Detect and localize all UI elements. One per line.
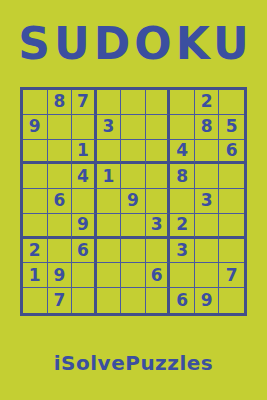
sudoku-cell-r2c2 bbox=[48, 115, 73, 140]
sudoku-cell-r5c5: 9 bbox=[121, 189, 146, 214]
sudoku-cell-r7c4 bbox=[97, 239, 122, 264]
sudoku-cell-r6c9 bbox=[219, 214, 244, 239]
sudoku-cell-r4c5 bbox=[121, 164, 146, 189]
sudoku-cell-r8c6: 6 bbox=[146, 263, 171, 288]
sudoku-cell-r9c6 bbox=[146, 288, 171, 313]
sudoku-cell-r5c9 bbox=[219, 189, 244, 214]
sudoku-cell-r3c9: 6 bbox=[219, 140, 244, 165]
sudoku-cell-r8c5 bbox=[121, 263, 146, 288]
sudoku-cell-r3c1 bbox=[23, 140, 48, 165]
sudoku-cell-r1c2: 8 bbox=[48, 90, 73, 115]
sudoku-cell-r4c6 bbox=[146, 164, 171, 189]
sudoku-cell-r8c9: 7 bbox=[219, 263, 244, 288]
sudoku-cell-r3c6 bbox=[146, 140, 171, 165]
sudoku-cell-r1c1 bbox=[23, 90, 48, 115]
sudoku-cell-r7c9 bbox=[219, 239, 244, 264]
sudoku-cell-r1c4 bbox=[97, 90, 122, 115]
sudoku-cell-r8c4 bbox=[97, 263, 122, 288]
sudoku-cell-r9c4 bbox=[97, 288, 122, 313]
sudoku-cell-r7c2 bbox=[48, 239, 73, 264]
sudoku-cell-r7c1: 2 bbox=[23, 239, 48, 264]
sudoku-cell-r1c8: 2 bbox=[195, 90, 220, 115]
sudoku-cell-r3c5 bbox=[121, 140, 146, 165]
sudoku-cell-r7c8 bbox=[195, 239, 220, 264]
sudoku-cell-r2c1: 9 bbox=[23, 115, 48, 140]
sudoku-cell-r4c8 bbox=[195, 164, 220, 189]
sudoku-cell-r9c9 bbox=[219, 288, 244, 313]
sudoku-cell-r9c1 bbox=[23, 288, 48, 313]
sudoku-cell-r3c3: 1 bbox=[72, 140, 97, 165]
sudoku-cell-r4c4: 1 bbox=[97, 164, 122, 189]
sudoku-cell-r3c8 bbox=[195, 140, 220, 165]
sudoku-cell-r4c9 bbox=[219, 164, 244, 189]
sudoku-cell-r1c9 bbox=[219, 90, 244, 115]
sudoku-cell-r5c6 bbox=[146, 189, 171, 214]
sudoku-cell-r5c2: 6 bbox=[48, 189, 73, 214]
sudoku-cell-r9c5 bbox=[121, 288, 146, 313]
sudoku-cell-r8c3 bbox=[72, 263, 97, 288]
sudoku-cell-r4c3: 4 bbox=[72, 164, 97, 189]
sudoku-cell-r2c6 bbox=[146, 115, 171, 140]
sudoku-cell-r2c4: 3 bbox=[97, 115, 122, 140]
sudoku-cell-r9c7: 6 bbox=[170, 288, 195, 313]
sudoku-cell-r2c8: 8 bbox=[195, 115, 220, 140]
sudoku-cell-r2c5 bbox=[121, 115, 146, 140]
sudoku-cell-r6c4 bbox=[97, 214, 122, 239]
sudoku-cell-r8c8 bbox=[195, 263, 220, 288]
sudoku-cell-r1c5 bbox=[121, 90, 146, 115]
book-cover: SUDOKU 87293851464186939322631967769 iSo… bbox=[0, 0, 267, 400]
sudoku-cell-r6c5 bbox=[121, 214, 146, 239]
sudoku-cell-r5c7 bbox=[170, 189, 195, 214]
sudoku-cell-r6c8 bbox=[195, 214, 220, 239]
sudoku-cell-r6c6: 3 bbox=[146, 214, 171, 239]
sudoku-cell-r2c9: 5 bbox=[219, 115, 244, 140]
page-title: SUDOKU bbox=[0, 22, 267, 66]
sudoku-cell-r5c8: 3 bbox=[195, 189, 220, 214]
sudoku-cell-r6c3: 9 bbox=[72, 214, 97, 239]
sudoku-cell-r4c2 bbox=[48, 164, 73, 189]
sudoku-cell-r9c8: 9 bbox=[195, 288, 220, 313]
sudoku-cell-r5c3 bbox=[72, 189, 97, 214]
sudoku-cell-r1c7 bbox=[170, 90, 195, 115]
sudoku-cell-r7c7: 3 bbox=[170, 239, 195, 264]
sudoku-cell-r2c7 bbox=[170, 115, 195, 140]
sudoku-cell-r7c3: 6 bbox=[72, 239, 97, 264]
sudoku-cell-r4c7: 8 bbox=[170, 164, 195, 189]
sudoku-cell-r3c7: 4 bbox=[170, 140, 195, 165]
sudoku-cell-r1c6 bbox=[146, 90, 171, 115]
sudoku-cell-r9c2: 7 bbox=[48, 288, 73, 313]
sudoku-cell-r6c7: 2 bbox=[170, 214, 195, 239]
sudoku-cell-r8c1: 1 bbox=[23, 263, 48, 288]
sudoku-cell-r3c4 bbox=[97, 140, 122, 165]
sudoku-cell-r3c2 bbox=[48, 140, 73, 165]
sudoku-cell-r7c5 bbox=[121, 239, 146, 264]
sudoku-cell-r5c1 bbox=[23, 189, 48, 214]
sudoku-cell-r8c2: 9 bbox=[48, 263, 73, 288]
publisher-logo: iSolvePuzzles bbox=[0, 351, 267, 375]
sudoku-cell-r8c7 bbox=[170, 263, 195, 288]
sudoku-cell-r6c2 bbox=[48, 214, 73, 239]
sudoku-cell-r7c6 bbox=[146, 239, 171, 264]
sudoku-cell-r4c1 bbox=[23, 164, 48, 189]
sudoku-cell-r9c3 bbox=[72, 288, 97, 313]
sudoku-cell-r6c1 bbox=[23, 214, 48, 239]
sudoku-cell-r2c3 bbox=[72, 115, 97, 140]
sudoku-grid: 87293851464186939322631967769 bbox=[20, 87, 247, 316]
sudoku-cell-r1c3: 7 bbox=[72, 90, 97, 115]
sudoku-cell-r5c4 bbox=[97, 189, 122, 214]
